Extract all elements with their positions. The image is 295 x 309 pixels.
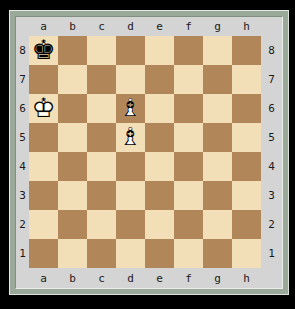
square-d7[interactable] bbox=[116, 65, 145, 94]
square-c1[interactable] bbox=[87, 239, 116, 268]
square-f6[interactable] bbox=[174, 94, 203, 123]
square-c3[interactable] bbox=[87, 181, 116, 210]
file-label-g: g bbox=[203, 268, 232, 288]
square-e7[interactable] bbox=[145, 65, 174, 94]
square-c7[interactable] bbox=[87, 65, 116, 94]
square-b7[interactable] bbox=[58, 65, 87, 94]
square-b4[interactable] bbox=[58, 152, 87, 181]
square-f4[interactable] bbox=[174, 152, 203, 181]
rank-label-5: 5 bbox=[16, 123, 29, 152]
square-g3[interactable] bbox=[203, 181, 232, 210]
square-f8[interactable] bbox=[174, 36, 203, 65]
file-label-a: a bbox=[29, 268, 58, 288]
chess-app-window: { "game": { "name": "chess", "orientatio… bbox=[0, 0, 295, 309]
square-f3[interactable] bbox=[174, 181, 203, 210]
file-label-d: d bbox=[116, 17, 145, 36]
file-label-e: e bbox=[145, 268, 174, 288]
corner-top-right bbox=[261, 17, 282, 36]
square-e8[interactable] bbox=[145, 36, 174, 65]
square-b5[interactable] bbox=[58, 123, 87, 152]
square-d6[interactable]: ♝♗ bbox=[116, 94, 145, 123]
square-e6[interactable] bbox=[145, 94, 174, 123]
square-b3[interactable] bbox=[58, 181, 87, 210]
file-labels-top: abcdefgh bbox=[29, 17, 261, 36]
chessboard: ♚♚♔♝♗♝♗ bbox=[29, 36, 261, 268]
square-g6[interactable] bbox=[203, 94, 232, 123]
square-c8[interactable] bbox=[87, 36, 116, 65]
corner-bottom-right bbox=[261, 268, 282, 288]
square-d2[interactable] bbox=[116, 210, 145, 239]
square-h4[interactable] bbox=[232, 152, 261, 181]
square-f2[interactable] bbox=[174, 210, 203, 239]
white-king[interactable]: ♚♔ bbox=[29, 94, 58, 123]
board-frame: abcdefgh 87654321 ♚♚♔♝♗♝♗ 87654321 abcde… bbox=[9, 10, 289, 295]
board-margin: abcdefgh 87654321 ♚♚♔♝♗♝♗ 87654321 abcde… bbox=[15, 16, 283, 289]
rank-labels-right: 87654321 bbox=[261, 36, 282, 268]
rank-label-8: 8 bbox=[261, 36, 282, 65]
file-label-f: f bbox=[174, 268, 203, 288]
square-h1[interactable] bbox=[232, 239, 261, 268]
file-label-h: h bbox=[232, 17, 261, 36]
file-label-b: b bbox=[58, 17, 87, 36]
file-label-c: c bbox=[87, 17, 116, 36]
square-g5[interactable] bbox=[203, 123, 232, 152]
square-c2[interactable] bbox=[87, 210, 116, 239]
square-a4[interactable] bbox=[29, 152, 58, 181]
corner-top-left bbox=[16, 17, 29, 36]
square-b8[interactable] bbox=[58, 36, 87, 65]
square-a2[interactable] bbox=[29, 210, 58, 239]
rank-label-1: 1 bbox=[16, 239, 29, 268]
piece-glyph-outline: ♗ bbox=[116, 93, 145, 122]
square-g4[interactable] bbox=[203, 152, 232, 181]
square-a6[interactable]: ♚♔ bbox=[29, 94, 58, 123]
file-label-b: b bbox=[58, 268, 87, 288]
corner-bottom-left bbox=[16, 268, 29, 288]
square-a7[interactable] bbox=[29, 65, 58, 94]
square-h3[interactable] bbox=[232, 181, 261, 210]
square-a5[interactable] bbox=[29, 123, 58, 152]
square-h5[interactable] bbox=[232, 123, 261, 152]
white-bishop[interactable]: ♝♗ bbox=[116, 123, 145, 152]
file-label-c: c bbox=[87, 268, 116, 288]
square-a1[interactable] bbox=[29, 239, 58, 268]
square-e2[interactable] bbox=[145, 210, 174, 239]
square-d4[interactable] bbox=[116, 152, 145, 181]
square-c4[interactable] bbox=[87, 152, 116, 181]
square-d5[interactable]: ♝♗ bbox=[116, 123, 145, 152]
square-g2[interactable] bbox=[203, 210, 232, 239]
rank-label-7: 7 bbox=[16, 65, 29, 94]
square-e4[interactable] bbox=[145, 152, 174, 181]
square-h7[interactable] bbox=[232, 65, 261, 94]
square-g1[interactable] bbox=[203, 239, 232, 268]
square-g8[interactable] bbox=[203, 36, 232, 65]
square-b6[interactable] bbox=[58, 94, 87, 123]
square-f7[interactable] bbox=[174, 65, 203, 94]
square-h2[interactable] bbox=[232, 210, 261, 239]
square-a3[interactable] bbox=[29, 181, 58, 210]
square-f5[interactable] bbox=[174, 123, 203, 152]
file-label-d: d bbox=[116, 268, 145, 288]
square-c5[interactable] bbox=[87, 123, 116, 152]
file-label-e: e bbox=[145, 17, 174, 36]
file-labels-bottom: abcdefgh bbox=[29, 268, 261, 288]
square-d3[interactable] bbox=[116, 181, 145, 210]
square-g7[interactable] bbox=[203, 65, 232, 94]
file-label-h: h bbox=[232, 268, 261, 288]
rank-label-2: 2 bbox=[261, 210, 282, 239]
square-c6[interactable] bbox=[87, 94, 116, 123]
square-f1[interactable] bbox=[174, 239, 203, 268]
piece-glyph-outline bbox=[29, 35, 58, 64]
square-h8[interactable] bbox=[232, 36, 261, 65]
file-label-f: f bbox=[174, 17, 203, 36]
rank-label-4: 4 bbox=[261, 152, 282, 181]
square-e1[interactable] bbox=[145, 239, 174, 268]
square-d8[interactable] bbox=[116, 36, 145, 65]
square-d1[interactable] bbox=[116, 239, 145, 268]
rank-label-1: 1 bbox=[261, 239, 282, 268]
rank-label-5: 5 bbox=[261, 123, 282, 152]
square-a8[interactable]: ♚ bbox=[29, 36, 58, 65]
rank-labels-left: 87654321 bbox=[16, 36, 29, 268]
rank-label-3: 3 bbox=[16, 181, 29, 210]
square-b2[interactable] bbox=[58, 210, 87, 239]
square-h6[interactable] bbox=[232, 94, 261, 123]
white-bishop[interactable]: ♝♗ bbox=[116, 94, 145, 123]
rank-label-3: 3 bbox=[261, 181, 282, 210]
rank-label-7: 7 bbox=[261, 65, 282, 94]
square-e3[interactable] bbox=[145, 181, 174, 210]
rank-label-2: 2 bbox=[16, 210, 29, 239]
rank-label-6: 6 bbox=[261, 94, 282, 123]
piece-glyph-outline: ♔ bbox=[29, 93, 58, 122]
rank-label-6: 6 bbox=[16, 94, 29, 123]
square-e5[interactable] bbox=[145, 123, 174, 152]
black-king[interactable]: ♚ bbox=[29, 36, 58, 65]
piece-glyph-outline: ♗ bbox=[116, 122, 145, 151]
square-b1[interactable] bbox=[58, 239, 87, 268]
rank-label-8: 8 bbox=[16, 36, 29, 65]
rank-label-4: 4 bbox=[16, 152, 29, 181]
file-label-g: g bbox=[203, 17, 232, 36]
